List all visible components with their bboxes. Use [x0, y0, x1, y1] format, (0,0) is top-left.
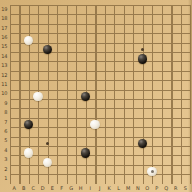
row-label-11: 11 — [0, 82, 8, 87]
column-label-O: O — [142, 186, 152, 191]
row-label-10: 10 — [0, 91, 8, 96]
column-label-R: R — [171, 186, 181, 191]
row-label-18: 18 — [0, 16, 8, 21]
row-label-7: 7 — [0, 120, 8, 125]
row-label-15: 15 — [0, 44, 8, 49]
column-label-E: E — [47, 186, 57, 191]
go-board[interactable]: ABCDEFGHIJKLMNOPQRS191817161514131211109… — [0, 0, 192, 192]
row-label-12: 12 — [0, 73, 8, 78]
white-stone-C4 — [24, 148, 33, 157]
last-move-marker — [151, 170, 154, 173]
black-stone-I4 — [81, 148, 90, 157]
white-stone-C16 — [24, 36, 33, 45]
row-label-2: 2 — [0, 167, 8, 172]
row-label-3: 3 — [0, 157, 8, 162]
column-label-Q: Q — [161, 186, 171, 191]
column-label-D: D — [38, 186, 48, 191]
column-label-C: C — [28, 186, 38, 191]
column-label-N: N — [133, 186, 143, 191]
row-label-17: 17 — [0, 26, 8, 31]
column-label-F: F — [57, 186, 67, 191]
white-stone-D10 — [33, 92, 42, 101]
column-label-M: M — [123, 186, 133, 191]
column-label-I: I — [85, 186, 95, 191]
black-stone-O14 — [138, 54, 147, 63]
column-label-L: L — [114, 186, 124, 191]
row-label-16: 16 — [0, 35, 8, 40]
row-label-9: 9 — [0, 101, 8, 106]
row-label-14: 14 — [0, 54, 8, 59]
row-label-13: 13 — [0, 63, 8, 68]
column-label-G: G — [66, 186, 76, 191]
column-label-S: S — [180, 186, 190, 191]
column-label-K: K — [104, 186, 114, 191]
row-label-8: 8 — [0, 110, 8, 115]
row-label-19: 19 — [0, 7, 8, 12]
column-label-J: J — [95, 186, 105, 191]
row-label-6: 6 — [0, 129, 8, 134]
column-label-P: P — [152, 186, 162, 191]
column-label-A: A — [9, 186, 19, 191]
row-label-5: 5 — [0, 138, 8, 143]
column-label-B: B — [19, 186, 29, 191]
row-label-1: 1 — [0, 176, 8, 181]
row-label-4: 4 — [0, 148, 8, 153]
column-label-H: H — [76, 186, 86, 191]
